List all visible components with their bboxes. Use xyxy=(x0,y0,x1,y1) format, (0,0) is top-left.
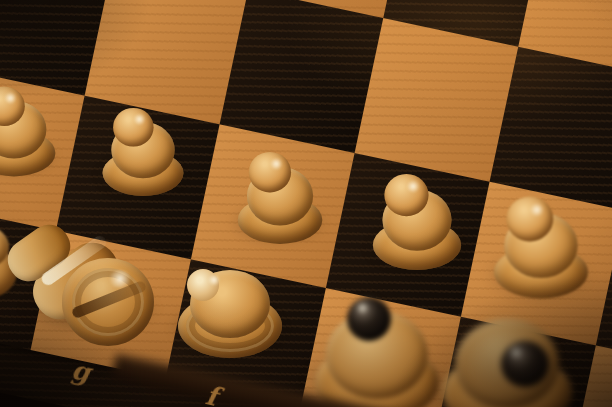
piece-part-spec xyxy=(3,92,17,105)
piece-part-spec xyxy=(132,113,146,125)
black-pawn-e7 xyxy=(373,176,461,270)
piece-part-spec xyxy=(508,346,524,359)
piece-part-spec xyxy=(355,302,370,314)
black-pawn-g7 xyxy=(103,110,184,196)
black-knight-g8 xyxy=(12,228,162,346)
black-king-e8 xyxy=(315,301,439,407)
piece-part-ballblack xyxy=(501,341,549,387)
piece-part-whead xyxy=(506,197,553,242)
piece-part-whead xyxy=(249,152,291,192)
black-bishop-f8 xyxy=(178,262,282,358)
chessboard-photo: g f xyxy=(0,0,612,407)
piece-part-whead xyxy=(384,174,428,216)
piece-part-ballblack xyxy=(347,297,391,341)
piece-part-spec xyxy=(106,270,134,288)
black-pawn-d7 xyxy=(494,199,588,299)
black-pawn-h7 xyxy=(0,88,55,176)
piece-part-whead xyxy=(113,108,153,147)
black-pawn-f7 xyxy=(238,154,323,244)
black-queen-d8 xyxy=(442,313,572,407)
piece-part-spec xyxy=(405,180,420,193)
piece-part-spec xyxy=(269,157,284,170)
piece-part-spec xyxy=(529,203,545,217)
pieces-layer xyxy=(0,0,612,407)
piece-part-spec xyxy=(207,274,221,286)
